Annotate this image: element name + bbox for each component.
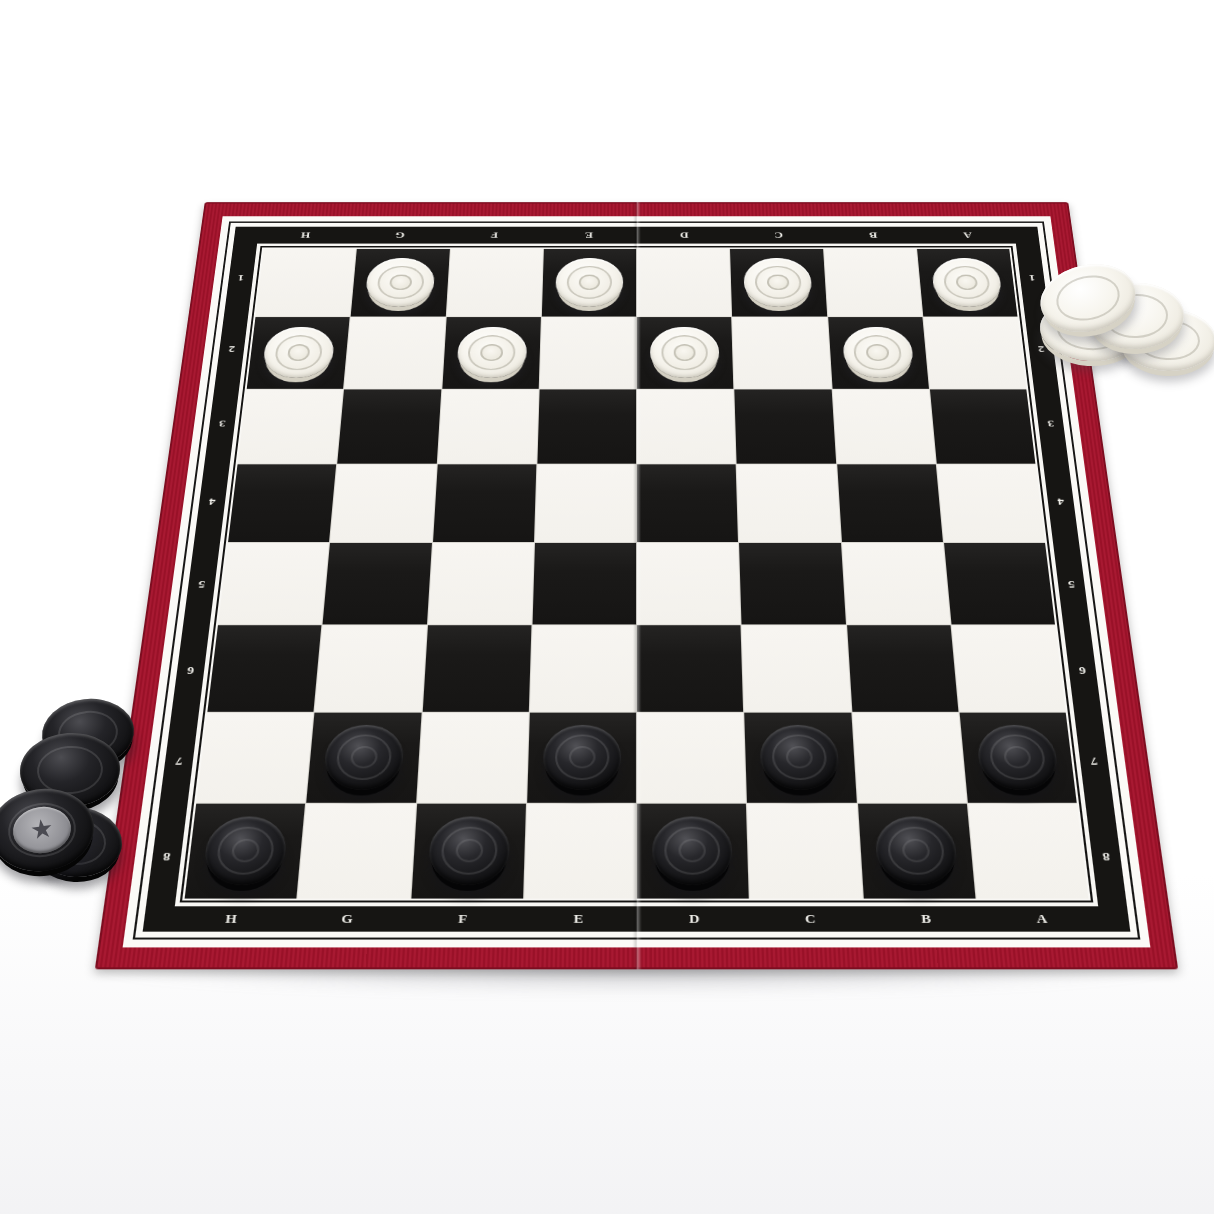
file-label-f: F: [447, 227, 542, 244]
square-a1[interactable]: [917, 249, 1018, 317]
square-d8[interactable]: [637, 803, 749, 898]
square-d7: [637, 712, 746, 802]
checker-white-c1[interactable]: [744, 258, 813, 307]
square-b1: [824, 249, 923, 317]
square-b3: [832, 389, 935, 463]
checker-black-a7[interactable]: [975, 725, 1059, 790]
square-b2[interactable]: [828, 317, 929, 388]
square-e8: [524, 803, 636, 898]
checker-center-disc: ★: [10, 803, 74, 857]
board-pinstripe: HGFEDCBA HGFEDCBA 12345678 12345678: [133, 221, 1141, 939]
star-emblem-icon: ★: [28, 815, 55, 844]
square-d4[interactable]: [637, 464, 738, 542]
square-c4: [737, 464, 841, 542]
board-grid: [185, 249, 1089, 899]
square-h1: [256, 249, 357, 317]
square-f2[interactable]: [442, 317, 541, 388]
square-b7: [852, 712, 967, 802]
checker-white-g1[interactable]: [365, 258, 436, 307]
square-e6: [530, 625, 636, 711]
file-label-g: G: [288, 906, 406, 931]
square-b5: [842, 543, 951, 625]
square-a6: [951, 625, 1065, 711]
file-label-b: B: [825, 227, 921, 244]
board-red-border: HGFEDCBA HGFEDCBA 12345678 12345678: [95, 202, 1178, 969]
square-h3: [238, 389, 344, 463]
file-label-e: E: [520, 906, 636, 931]
square-h8[interactable]: [185, 803, 306, 898]
square-d2[interactable]: [637, 317, 734, 388]
file-label-h: H: [257, 227, 353, 244]
square-e4: [535, 464, 636, 542]
checker-white-e1[interactable]: [555, 258, 623, 307]
table-surface: HGFEDCBA HGFEDCBA 12345678 12345678 ★: [0, 0, 1214, 1214]
square-d5: [637, 543, 741, 625]
checker-black-f8[interactable]: [427, 816, 510, 884]
square-d3: [637, 389, 736, 463]
square-c3[interactable]: [735, 389, 836, 463]
file-label-b: B: [867, 906, 985, 931]
square-e7[interactable]: [527, 712, 636, 802]
file-label-c: C: [731, 227, 826, 244]
checker-white-f2[interactable]: [456, 327, 527, 378]
square-c2: [732, 317, 831, 388]
square-d1: [637, 249, 731, 317]
board-white-band: HGFEDCBA HGFEDCBA 12345678 12345678: [123, 216, 1151, 947]
square-a4: [937, 464, 1045, 542]
square-h2[interactable]: [247, 317, 350, 388]
checker-black-h8[interactable]: [202, 816, 289, 884]
square-f5: [428, 543, 534, 625]
file-label-e: E: [542, 227, 637, 244]
square-g1[interactable]: [351, 249, 450, 317]
checker-white-a1[interactable]: [931, 258, 1003, 307]
square-h5: [218, 543, 329, 625]
checker-white-h2[interactable]: [261, 327, 335, 378]
square-e5[interactable]: [532, 543, 636, 625]
file-label-a: A: [983, 906, 1102, 931]
square-c5[interactable]: [739, 543, 845, 625]
square-h4[interactable]: [228, 464, 336, 542]
square-e2: [539, 317, 636, 388]
checker-black-d8[interactable]: [652, 816, 733, 884]
square-g2: [344, 317, 445, 388]
square-c6: [742, 625, 851, 711]
file-label-d: D: [637, 227, 732, 244]
checker-black-e7[interactable]: [542, 725, 621, 790]
square-g4: [330, 464, 436, 542]
square-e1[interactable]: [542, 249, 636, 317]
square-f4[interactable]: [433, 464, 537, 542]
square-f3: [437, 389, 538, 463]
square-f8[interactable]: [411, 803, 526, 898]
file-labels-bottom: HGFEDCBA: [172, 906, 1102, 931]
square-g5[interactable]: [323, 543, 432, 625]
file-label-d: D: [637, 906, 753, 931]
square-b6[interactable]: [847, 625, 959, 711]
file-label-a: A: [919, 227, 1015, 244]
square-b4[interactable]: [837, 464, 943, 542]
square-g6: [315, 625, 427, 711]
square-a7[interactable]: [959, 712, 1076, 802]
square-h6[interactable]: [207, 625, 321, 711]
square-c1[interactable]: [730, 249, 827, 317]
file-label-h: H: [172, 906, 291, 931]
square-c7[interactable]: [744, 712, 856, 802]
file-label-c: C: [752, 906, 869, 931]
square-g3[interactable]: [337, 389, 440, 463]
square-d6[interactable]: [637, 625, 743, 711]
square-f6[interactable]: [422, 625, 531, 711]
checker-white-d2[interactable]: [650, 327, 720, 378]
file-label-g: G: [352, 227, 448, 244]
square-e3[interactable]: [537, 389, 636, 463]
square-a2: [923, 317, 1026, 388]
square-c8: [747, 803, 862, 898]
board-inner-frame: [175, 244, 1098, 907]
file-label-f: F: [404, 906, 521, 931]
checkers-board: HGFEDCBA HGFEDCBA 12345678 12345678: [95, 202, 1178, 969]
square-f7: [417, 712, 529, 802]
square-h7: [196, 712, 313, 802]
checker-black-g7[interactable]: [323, 725, 406, 790]
square-a3[interactable]: [930, 389, 1036, 463]
checker-black-b8[interactable]: [874, 816, 959, 884]
square-a5[interactable]: [944, 543, 1055, 625]
square-b8[interactable]: [857, 803, 975, 898]
checker-white-b2[interactable]: [842, 327, 915, 378]
square-a8: [968, 803, 1089, 898]
square-g8: [298, 803, 416, 898]
checker-black-c7[interactable]: [760, 725, 841, 790]
file-labels-top: HGFEDCBA: [257, 227, 1016, 244]
board-label-band: HGFEDCBA HGFEDCBA 12345678 12345678: [143, 227, 1131, 932]
square-g7[interactable]: [307, 712, 422, 802]
square-f1: [446, 249, 543, 317]
